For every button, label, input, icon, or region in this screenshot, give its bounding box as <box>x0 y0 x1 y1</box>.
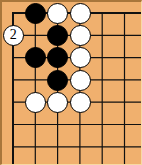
white-stone <box>70 92 91 113</box>
white-stone <box>70 70 91 91</box>
go-board: 2 <box>2 2 136 158</box>
white-stone <box>47 3 68 24</box>
black-stone <box>25 47 46 68</box>
black-stone <box>47 47 68 68</box>
black-stone <box>47 25 68 46</box>
white-stone <box>70 47 91 68</box>
go-diagram: 2 <box>0 0 142 165</box>
white-stone <box>70 25 91 46</box>
white-stone <box>70 3 91 24</box>
white-stone <box>25 92 46 113</box>
white-stone-move-2: 2 <box>3 25 24 46</box>
black-stone <box>47 70 68 91</box>
white-stone <box>47 92 68 113</box>
black-stone <box>25 3 46 24</box>
move-number-label: 2 <box>10 28 17 43</box>
